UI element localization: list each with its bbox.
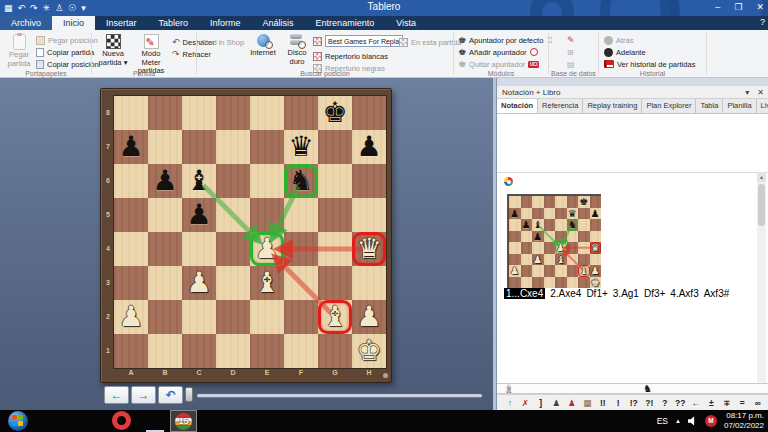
panel-close-button[interactable]: ✕	[757, 86, 764, 99]
square-a8[interactable]	[114, 96, 148, 130]
file-label-g: G	[318, 369, 352, 380]
chessboard-icon	[106, 34, 121, 49]
engine-clock-icon	[530, 48, 538, 56]
annotation-symbol-3[interactable]: ♟	[549, 398, 565, 408]
application-window: ▦↶↷✳♙☉▾ Tablero – ❐ ✕ ArchivoInicioInser…	[0, 0, 768, 432]
square-a7	[509, 208, 521, 220]
square-g8	[578, 196, 590, 208]
square-e2[interactable]	[250, 300, 284, 334]
file-label-e: E	[250, 369, 284, 380]
white-material-bishop: ♗	[504, 384, 513, 394]
square-f5[interactable]	[284, 198, 318, 232]
kibitzer-icon: ♚	[458, 36, 466, 45]
square-b6	[521, 219, 533, 231]
square-g3[interactable]	[318, 266, 352, 300]
square-h6	[590, 219, 602, 231]
panel-title: Notación + Libro	[502, 88, 560, 97]
chessbase-15-icon: 15	[175, 413, 192, 430]
square-d3	[544, 254, 556, 266]
group-label-buscar: Buscar posición	[197, 70, 453, 77]
annotation-symbol-5[interactable]: ▦	[580, 398, 596, 408]
file-label-b: B	[148, 369, 182, 380]
square-g4[interactable]	[318, 232, 352, 266]
square-h7[interactable]	[352, 130, 386, 164]
square-b2[interactable]	[148, 300, 182, 334]
panel-tab-tabla[interactable]: Tabla	[696, 99, 723, 113]
rank-label-6: 6	[103, 177, 113, 184]
annotation-symbol-14[interactable]: ∓	[719, 398, 735, 408]
maximize-button[interactable]: ❐	[734, 0, 742, 15]
square-b5	[521, 231, 533, 243]
rank-label-8: 8	[103, 109, 113, 116]
square-e3[interactable]	[250, 266, 284, 300]
square-f5	[567, 231, 579, 243]
square-c5[interactable]	[182, 198, 216, 232]
square-d8[interactable]	[216, 96, 250, 130]
panel-collapse-button[interactable]: ▾	[745, 86, 749, 99]
square-e7[interactable]	[250, 130, 284, 164]
panel-tab-replay-training[interactable]: Replay training	[583, 99, 642, 113]
square-f3[interactable]	[284, 266, 318, 300]
square-h5[interactable]	[352, 198, 386, 232]
annotation-symbol-0[interactable]: ↑	[502, 398, 518, 408]
square-g2[interactable]	[318, 300, 352, 334]
ribbon-tab-análisis[interactable]: Análisis	[252, 16, 305, 30]
annotation-symbol-2[interactable]: ]	[533, 398, 549, 408]
annotation-medal-icon	[504, 177, 513, 186]
minimize-button[interactable]: –	[715, 0, 720, 15]
ribbon-tab-archivo[interactable]: Archivo	[0, 16, 52, 30]
square-b4	[521, 242, 533, 254]
ribbon-tab-tablero[interactable]: Tablero	[148, 16, 200, 30]
repertoire-white-button[interactable]: Repertorio blancas	[313, 51, 388, 61]
ribbon-tab-vista[interactable]: Vista	[385, 16, 427, 30]
move-1Cxe4[interactable]: 1...Cxe4	[504, 288, 545, 299]
square-c6	[532, 219, 544, 231]
annotation-symbol-10[interactable]: ?	[657, 398, 673, 408]
square-h1	[590, 277, 602, 289]
square-a7[interactable]	[114, 130, 148, 164]
ribbon-tab-entrenamiento[interactable]: Entrenamiento	[305, 16, 386, 30]
internet-search-icon	[257, 34, 270, 47]
annotation-symbol-8[interactable]: !?	[626, 398, 642, 408]
database-icon: ▤	[567, 60, 575, 69]
panel-tab-livebo[interactable]: LiveBo	[757, 99, 768, 113]
group-label-historial: Historial	[599, 70, 706, 77]
hidden-icons-button[interactable]: ▲	[675, 418, 681, 424]
paste-game-button[interactable]: Pegar partida	[4, 34, 34, 68]
square-e5[interactable]	[250, 198, 284, 232]
rank-label-5: 5	[103, 211, 113, 218]
file-label-h: H	[352, 369, 386, 380]
square-d7[interactable]	[216, 130, 250, 164]
uci-badge-icon: UCI	[528, 61, 539, 68]
annotation-symbol-1[interactable]: ✗	[518, 398, 534, 408]
square-h3[interactable]	[352, 266, 386, 300]
square-g4	[578, 242, 590, 254]
annotation-toolbar: ↑✗]♟♟▦!!!!??!???←±∓=∞	[497, 394, 768, 410]
material-balance: ♗ ♞	[497, 383, 768, 394]
square-g6	[578, 219, 590, 231]
square-h7	[590, 208, 602, 220]
square-e1	[555, 277, 567, 289]
kibitzer-icon: ♚	[458, 48, 466, 57]
rank-label-3: 3	[103, 279, 113, 286]
file-label-c: C	[182, 369, 216, 380]
copy-icon	[36, 48, 44, 57]
square-e8	[555, 196, 567, 208]
kibitzer-icon: ♚	[458, 60, 466, 69]
square-b5[interactable]	[148, 198, 182, 232]
square-f2	[567, 265, 579, 277]
panel-tab-notación[interactable]: Notación	[497, 99, 538, 113]
ribbon-tab-insertar[interactable]: Insertar	[95, 16, 148, 30]
notification-tray-icon[interactable]: M	[705, 415, 717, 427]
find-in-shop-button[interactable]: Find in Shop	[202, 37, 244, 47]
square-f2[interactable]	[284, 300, 318, 334]
square-e5	[555, 231, 567, 243]
notation-content: ♚♟♛♟♟♝♞♟♟♛♟♝♟♝♟♚ 1...Cxe42.Axe4Df1+3.Ag1…	[497, 114, 768, 383]
square-e1[interactable]	[250, 334, 284, 368]
square-d6[interactable]	[216, 164, 250, 198]
square-g7	[578, 208, 590, 220]
forward-icon	[604, 48, 613, 57]
square-h2[interactable]	[352, 300, 386, 334]
group-label-modulos: Módulos	[454, 70, 548, 77]
square-b8[interactable]	[148, 96, 182, 130]
annotation-symbol-15[interactable]: =	[735, 398, 751, 408]
square-f4	[567, 242, 579, 254]
redo-icon: ↷	[172, 49, 180, 59]
square-h8	[590, 196, 602, 208]
square-f4[interactable]	[284, 232, 318, 266]
chess-board[interactable]: ♚♟♛♟♟♝♞♟♟♛♟♝♟♝♟♚	[114, 96, 386, 368]
square-b1[interactable]	[148, 334, 182, 368]
board-panel: ♚♟♛♟♟♝♞♟♟♛♟♝♟♝♟♚ 87654321 ABCDEFGH ← → ↶	[0, 78, 493, 410]
redo-button[interactable]: ↷ Rehacer	[172, 49, 211, 59]
square-f3	[567, 254, 579, 266]
square-g7[interactable]	[318, 130, 352, 164]
edit-icon: ✎	[567, 35, 575, 45]
forward-button[interactable]: Adelante	[604, 47, 646, 57]
square-a3	[509, 254, 521, 266]
square-b6[interactable]	[148, 164, 182, 198]
scroll-up-button[interactable]: ▲	[757, 172, 766, 182]
square-g6[interactable]	[318, 164, 352, 198]
rank-label-7: 7	[103, 143, 113, 150]
square-c7[interactable]	[182, 130, 216, 164]
repertoire-white-icon	[313, 52, 322, 61]
taskbar: 15 ES ▲ M 08:17 p.m. 07/02/2022	[0, 410, 768, 432]
scrollbar-thumb[interactable]	[758, 184, 765, 226]
mini-board-frame: ♚♟♛♟♟♝♞♟♟♛♟♝♟♝♟♚	[507, 194, 601, 288]
remove-kibitzer-button[interactable]: ♚ Quitar apuntador UCI	[458, 59, 539, 69]
panel-tab-referencia[interactable]: Referencia	[538, 99, 583, 113]
takeback-button[interactable]: ↶	[158, 386, 183, 404]
square-c6[interactable]	[182, 164, 216, 198]
square-b2	[521, 265, 533, 277]
square-b7[interactable]	[148, 130, 182, 164]
notation-panel: Notación + Libro ▾ ✕ NotaciónReferenciaR…	[497, 78, 768, 410]
annotation-symbol-6[interactable]: !!	[595, 398, 611, 408]
title-bar: ▦↶↷✳♙☉▾ Tablero – ❐ ✕	[0, 0, 768, 16]
square-d5[interactable]	[216, 198, 250, 232]
board-corner-dot	[383, 373, 388, 378]
add-kibitzer-button[interactable]: ♚ Añadir apuntador	[458, 47, 538, 57]
square-f6	[567, 219, 579, 231]
square-c1[interactable]	[182, 334, 216, 368]
help-icon[interactable]: ?	[760, 17, 765, 27]
move-3Ag1[interactable]: 3.Ag1	[613, 288, 639, 299]
square-h8[interactable]	[352, 96, 386, 130]
clipboard-icon	[36, 36, 45, 45]
square-e4	[555, 242, 567, 254]
square-h4	[590, 242, 602, 254]
square-a2	[509, 265, 521, 277]
ribbon-tab-inicio[interactable]: Inicio	[52, 16, 95, 30]
group-label-partida: Partida	[92, 70, 196, 77]
square-a6	[509, 219, 521, 231]
panel-header: Notación + Libro ▾ ✕	[497, 86, 768, 99]
volume-icon[interactable]	[688, 416, 698, 426]
square-h1[interactable]	[352, 334, 386, 368]
square-d4	[544, 242, 556, 254]
square-d7	[544, 208, 556, 220]
square-a5[interactable]	[114, 198, 148, 232]
panel-tab-bar: NotaciónReferenciaReplay trainingPlan Ex…	[497, 99, 768, 114]
file-label-d: D	[216, 369, 250, 380]
square-c8	[532, 196, 544, 208]
square-h5	[590, 231, 602, 243]
move-Df3[interactable]: Df3+	[644, 288, 665, 299]
ribbon-tab-informe[interactable]: Informe	[199, 16, 252, 30]
square-a6[interactable]	[114, 164, 148, 198]
square-c4[interactable]	[182, 232, 216, 266]
annotation-symbol-12[interactable]: ←	[688, 398, 704, 408]
square-c5	[532, 231, 544, 243]
default-kibitzer-button[interactable]: ♚ Apuntador por defecto ♖	[458, 35, 553, 45]
annotation-symbol-13[interactable]: ±	[704, 398, 720, 408]
square-d1	[544, 277, 556, 289]
move-2Axe4[interactable]: 2.Axe4	[550, 288, 581, 299]
copy-game-button[interactable]: Copiar partida	[36, 47, 94, 57]
square-f8	[567, 196, 579, 208]
books-icon	[313, 37, 322, 46]
chess-board-frame: ♚♟♛♟♟♝♞♟♟♛♟♝♟♝♟♚ 87654321 ABCDEFGH	[100, 88, 392, 383]
square-e8[interactable]	[250, 96, 284, 130]
square-g3	[578, 254, 590, 266]
square-h3	[590, 254, 602, 266]
ribbon: Pegar partida Pegar posición Copiar part…	[0, 30, 768, 78]
panel-tab-planilla[interactable]: Planilla	[723, 99, 756, 113]
previous-move-button[interactable]: ←	[104, 386, 129, 404]
square-a1	[509, 277, 521, 289]
search-harddisk-button[interactable]: Disco duro	[282, 34, 312, 66]
square-b1	[521, 277, 533, 289]
square-g5	[578, 231, 590, 243]
opera-browser-icon[interactable]	[112, 411, 131, 430]
board-navigation: ← → ↶	[0, 384, 493, 410]
square-f6[interactable]	[284, 164, 318, 198]
annotation-symbol-7[interactable]: !	[611, 398, 627, 408]
square-a1[interactable]	[114, 334, 148, 368]
panel-tab-plan-explorer[interactable]: Plan Explorer	[642, 99, 696, 113]
square-a4[interactable]	[114, 232, 148, 266]
database-button-2[interactable]: ⊞	[567, 47, 574, 57]
square-d6	[544, 219, 556, 231]
square-f1	[567, 277, 579, 289]
copy-icon	[36, 60, 44, 69]
new-game-button[interactable]: Nueva partida ▾	[96, 34, 130, 67]
annotation-symbol-11[interactable]: ??	[673, 398, 689, 408]
taskbar-clock[interactable]: 08:17 p.m. 07/02/2022	[724, 411, 764, 431]
back-icon	[604, 36, 613, 45]
move-Df1[interactable]: Df1+	[586, 288, 607, 299]
mini-chess-board: ♚♟♛♟♟♝♞♟♟♛♟♝♟♝♟♚	[509, 196, 601, 288]
ribbon-tab-bar: ArchivoInicioInsertarTableroInformeAnáli…	[0, 16, 768, 30]
square-g5[interactable]	[318, 198, 352, 232]
chessbase-15-taskbar-button[interactable]: 15	[170, 410, 197, 432]
file-label-a: A	[114, 369, 148, 380]
file-label-f: F	[284, 369, 318, 380]
notation-scrollbar[interactable]: ▲ ▼	[757, 172, 766, 419]
square-a2[interactable]	[114, 300, 148, 334]
square-g2	[578, 265, 590, 277]
square-c3[interactable]	[182, 266, 216, 300]
square-e4[interactable]	[250, 232, 284, 266]
game-history-button[interactable]: Ver historial de partidas	[604, 59, 695, 69]
start-button[interactable]	[8, 411, 28, 431]
rank-label-1: 1	[103, 347, 113, 354]
annotation-symbol-16[interactable]: ∞	[750, 398, 766, 408]
square-h6[interactable]	[352, 164, 386, 198]
square-d2[interactable]	[216, 300, 250, 334]
clock-date: 07/02/2022	[724, 421, 764, 430]
replay-games-combo[interactable]: Best Games For Replay▾	[313, 36, 403, 46]
square-d4[interactable]	[216, 232, 250, 266]
game-slider-thumb[interactable]	[185, 387, 193, 402]
harddisk-search-icon	[290, 34, 304, 47]
copy-position-button[interactable]: Copiar posición	[36, 59, 99, 69]
in-this-game-icon	[399, 38, 408, 47]
square-d3[interactable]	[216, 266, 250, 300]
square-c3	[532, 254, 544, 266]
square-b3[interactable]	[148, 266, 182, 300]
group-label-portapapeles: Portapapeles	[2, 70, 90, 77]
square-d8	[544, 196, 556, 208]
close-button[interactable]: ✕	[756, 0, 764, 15]
clipboard-icon	[13, 34, 26, 50]
rank-label-2: 2	[103, 313, 113, 320]
database-button-3[interactable]: ▤	[567, 59, 575, 69]
square-c8[interactable]	[182, 96, 216, 130]
square-h2	[590, 265, 602, 277]
square-e3	[555, 254, 567, 266]
undo-icon: ↶	[172, 37, 180, 47]
square-e7	[555, 208, 567, 220]
game-slider-track[interactable]	[197, 394, 482, 397]
move-list: 1...Cxe42.Axe4Df1+3.Ag1Df3+4.Axf3Axf3#	[504, 288, 754, 299]
clock-time: 08:17 p.m.	[726, 411, 764, 420]
group-label-base: Base de datos	[549, 70, 598, 77]
square-f7	[567, 208, 579, 220]
square-e2	[555, 265, 567, 277]
move-Axf3[interactable]: Axf3#	[704, 288, 730, 299]
back-button[interactable]: Atrás	[604, 35, 634, 45]
square-h4[interactable]	[352, 232, 386, 266]
square-e6[interactable]	[250, 164, 284, 198]
database-icon: ⊞	[567, 48, 574, 57]
square-b8	[521, 196, 533, 208]
square-c7	[532, 208, 544, 220]
square-g1	[578, 277, 590, 289]
square-d1[interactable]	[216, 334, 250, 368]
square-b7	[521, 208, 533, 220]
annotation-symbol-9[interactable]: ?!	[642, 398, 658, 408]
square-c2	[532, 265, 544, 277]
window-title: Tablero	[0, 1, 768, 12]
square-b4[interactable]	[148, 232, 182, 266]
square-f8[interactable]	[284, 96, 318, 130]
square-f1[interactable]	[284, 334, 318, 368]
edit-database-button[interactable]: ✎	[567, 35, 575, 45]
square-e6	[555, 219, 567, 231]
rank-label-4: 4	[103, 245, 113, 252]
move-4Axf3[interactable]: 4.Axf3	[670, 288, 698, 299]
language-indicator[interactable]: ES	[657, 416, 668, 426]
square-d5	[544, 231, 556, 243]
square-a3[interactable]	[114, 266, 148, 300]
square-g8[interactable]	[318, 96, 352, 130]
history-book-icon	[604, 60, 614, 68]
square-a4	[509, 242, 521, 254]
next-move-button[interactable]: →	[131, 386, 156, 404]
square-b3	[521, 254, 533, 266]
square-a5	[509, 231, 521, 243]
pencil-icon	[144, 34, 159, 49]
square-g1[interactable]	[318, 334, 352, 368]
annotation-symbol-4[interactable]: ♟	[564, 398, 580, 408]
square-d2	[544, 265, 556, 277]
paste-position-button[interactable]: Pegar posición	[36, 35, 98, 45]
search-internet-button[interactable]: Internet	[246, 34, 280, 58]
square-f7[interactable]	[284, 130, 318, 164]
black-material-knight: ♞	[643, 384, 652, 394]
square-c1	[532, 277, 544, 289]
square-c2[interactable]	[182, 300, 216, 334]
square-c4	[532, 242, 544, 254]
square-a8	[509, 196, 521, 208]
